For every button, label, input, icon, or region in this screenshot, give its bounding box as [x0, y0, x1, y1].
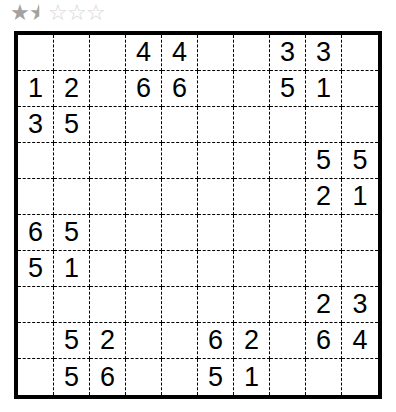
cell-r5c3[interactable] [90, 179, 126, 215]
cell-r5c10[interactable]: 1 [342, 179, 378, 215]
cell-r3c7[interactable] [234, 107, 270, 143]
cell-r3c4[interactable] [126, 107, 162, 143]
cell-r7c7[interactable] [234, 251, 270, 287]
cell-r6c10[interactable] [342, 215, 378, 251]
cell-r10c7[interactable]: 1 [234, 359, 270, 395]
cell-r1c10[interactable] [342, 35, 378, 71]
cell-r7c6[interactable] [198, 251, 234, 287]
cell-r4c8[interactable] [270, 143, 306, 179]
cell-r6c9[interactable] [306, 215, 342, 251]
cell-r9c5[interactable] [162, 323, 198, 359]
cell-r10c10[interactable] [342, 359, 378, 395]
cell-r3c2[interactable]: 5 [54, 107, 90, 143]
cell-r3c5[interactable] [162, 107, 198, 143]
cell-r3c9[interactable] [306, 107, 342, 143]
cell-r9c2[interactable]: 5 [54, 323, 90, 359]
cell-r2c3[interactable] [90, 71, 126, 107]
cell-r10c5[interactable] [162, 359, 198, 395]
cell-r2c1[interactable]: 1 [18, 71, 54, 107]
cell-r7c3[interactable] [90, 251, 126, 287]
cell-r10c6[interactable]: 5 [198, 359, 234, 395]
cell-r7c1[interactable]: 5 [18, 251, 54, 287]
cell-r2c4[interactable]: 6 [126, 71, 162, 107]
cell-r2c9[interactable]: 1 [306, 71, 342, 107]
cell-r10c9[interactable] [306, 359, 342, 395]
cell-r1c4[interactable]: 4 [126, 35, 162, 71]
cell-r10c4[interactable] [126, 359, 162, 395]
cell-r9c10[interactable]: 4 [342, 323, 378, 359]
cell-r7c4[interactable] [126, 251, 162, 287]
cell-r6c3[interactable] [90, 215, 126, 251]
cell-r6c8[interactable] [270, 215, 306, 251]
cell-r4c2[interactable] [54, 143, 90, 179]
cell-r2c10[interactable] [342, 71, 378, 107]
cell-r3c1[interactable]: 3 [18, 107, 54, 143]
cell-r4c3[interactable] [90, 143, 126, 179]
cell-r1c9[interactable]: 3 [306, 35, 342, 71]
cell-r9c6[interactable]: 6 [198, 323, 234, 359]
cell-r7c10[interactable] [342, 251, 378, 287]
star-half-icon: ★ [29, 1, 48, 25]
cell-r8c4[interactable] [126, 287, 162, 323]
cell-r5c4[interactable] [126, 179, 162, 215]
cell-r5c1[interactable] [18, 179, 54, 215]
cell-r1c8[interactable]: 3 [270, 35, 306, 71]
puzzle-page: ★★☆☆☆ 44331266513555216551235262645651 [0, 0, 396, 412]
cell-r8c7[interactable] [234, 287, 270, 323]
cell-r7c8[interactable] [270, 251, 306, 287]
cell-r1c2[interactable] [54, 35, 90, 71]
cell-r3c3[interactable] [90, 107, 126, 143]
cell-r10c8[interactable] [270, 359, 306, 395]
star-full-icon: ★ [10, 1, 29, 25]
cell-r2c6[interactable] [198, 71, 234, 107]
cell-r1c1[interactable] [18, 35, 54, 71]
cell-r1c6[interactable] [198, 35, 234, 71]
cell-r6c4[interactable] [126, 215, 162, 251]
cell-r7c9[interactable] [306, 251, 342, 287]
difficulty-rating: ★★☆☆☆ [10, 1, 105, 25]
cell-r10c2[interactable]: 5 [54, 359, 90, 395]
cell-r9c1[interactable] [18, 323, 54, 359]
star-empty-icon: ☆ [86, 1, 105, 25]
cell-r4c6[interactable] [198, 143, 234, 179]
cell-r6c1[interactable]: 6 [18, 215, 54, 251]
cell-r4c9[interactable]: 5 [306, 143, 342, 179]
cell-r6c6[interactable] [198, 215, 234, 251]
cell-r4c5[interactable] [162, 143, 198, 179]
cell-r5c9[interactable]: 2 [306, 179, 342, 215]
cell-r1c5[interactable]: 4 [162, 35, 198, 71]
cell-r8c5[interactable] [162, 287, 198, 323]
cell-r5c8[interactable] [270, 179, 306, 215]
cell-r8c6[interactable] [198, 287, 234, 323]
cell-r3c8[interactable] [270, 107, 306, 143]
cell-r9c4[interactable] [126, 323, 162, 359]
cell-r6c2[interactable]: 5 [54, 215, 90, 251]
cell-r2c5[interactable]: 6 [162, 71, 198, 107]
cell-r2c7[interactable] [234, 71, 270, 107]
cell-r4c1[interactable] [18, 143, 54, 179]
cell-r4c4[interactable] [126, 143, 162, 179]
cell-r6c5[interactable] [162, 215, 198, 251]
cell-r2c8[interactable]: 5 [270, 71, 306, 107]
cell-r5c5[interactable] [162, 179, 198, 215]
cell-r8c1[interactable] [18, 287, 54, 323]
cell-r6c7[interactable] [234, 215, 270, 251]
cell-r8c9[interactable]: 2 [306, 287, 342, 323]
star-empty-icon: ☆ [67, 1, 86, 25]
star-empty-icon: ☆ [48, 1, 67, 25]
puzzle-board: 44331266513555216551235262645651 [14, 31, 382, 399]
cell-r3c6[interactable] [198, 107, 234, 143]
cell-r9c8[interactable] [270, 323, 306, 359]
cell-r8c10[interactable]: 3 [342, 287, 378, 323]
cell-r2c2[interactable]: 2 [54, 71, 90, 107]
cell-r3c10[interactable] [342, 107, 378, 143]
cell-r5c7[interactable] [234, 179, 270, 215]
cell-r5c2[interactable] [54, 179, 90, 215]
cell-r8c8[interactable] [270, 287, 306, 323]
cell-r4c7[interactable] [234, 143, 270, 179]
cell-r10c3[interactable]: 6 [90, 359, 126, 395]
cell-r8c3[interactable] [90, 287, 126, 323]
cell-r8c2[interactable] [54, 287, 90, 323]
cell-r9c9[interactable]: 6 [306, 323, 342, 359]
cell-r1c3[interactable] [90, 35, 126, 71]
cell-r1c7[interactable] [234, 35, 270, 71]
cell-r7c5[interactable] [162, 251, 198, 287]
cell-r9c3[interactable]: 2 [90, 323, 126, 359]
cell-r9c7[interactable]: 2 [234, 323, 270, 359]
cell-r4c10[interactable]: 5 [342, 143, 378, 179]
cell-r7c2[interactable]: 1 [54, 251, 90, 287]
cell-r10c1[interactable] [18, 359, 54, 395]
cell-r5c6[interactable] [198, 179, 234, 215]
